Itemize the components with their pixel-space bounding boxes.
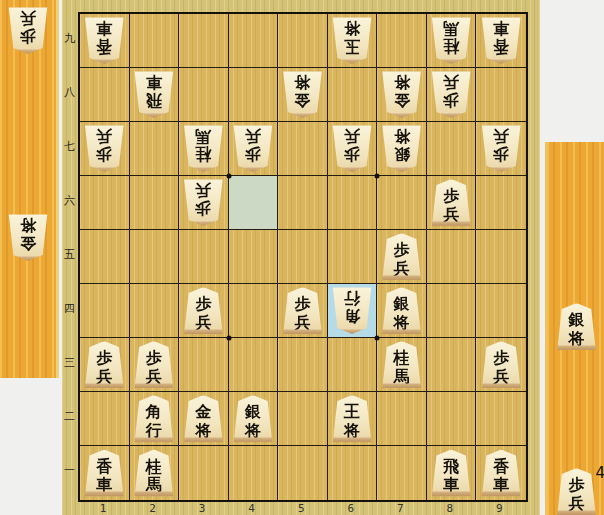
square-3一[interactable]: [179, 446, 229, 500]
piece-kanji: 金将: [293, 73, 311, 110]
square-2五[interactable]: [130, 230, 180, 284]
file-label-3: 3: [192, 502, 212, 515]
piece-kanji: 金将: [393, 73, 411, 110]
square-8四[interactable]: [427, 284, 477, 338]
rank-label-四: 四: [62, 303, 77, 315]
square-7四[interactable]: 銀将: [377, 284, 427, 338]
piece-歩兵[interactable]: 歩兵: [430, 179, 472, 226]
piece-飛車[interactable]: 飛車: [430, 450, 472, 497]
square-6六[interactable]: [328, 176, 378, 230]
stand-slot-銀将: 銀将: [547, 303, 604, 350]
star-point: [226, 336, 231, 341]
square-1七[interactable]: 歩兵: [80, 122, 130, 176]
square-2三[interactable]: 歩兵: [130, 338, 180, 392]
square-5三[interactable]: [278, 338, 328, 392]
right-piece-stand: 銀将歩兵4: [545, 142, 604, 515]
piece-歩兵[interactable]: 歩兵: [182, 287, 224, 334]
piece-kanji: 桂馬: [194, 127, 212, 164]
square-2一[interactable]: 桂馬: [130, 446, 180, 500]
stand-slot-金将: 金将: [0, 214, 56, 261]
square-1五[interactable]: [80, 230, 130, 284]
piece-歩兵[interactable]: 歩兵: [133, 341, 175, 388]
square-8一[interactable]: 飛車: [427, 446, 477, 500]
square-1八[interactable]: [80, 68, 130, 122]
piece-kanji: 飛車: [145, 73, 163, 110]
piece-歩兵[interactable]: 歩兵: [232, 125, 274, 172]
piece-香車[interactable]: 香車: [480, 450, 522, 497]
file-label-7: 7: [390, 502, 410, 515]
square-8五[interactable]: [427, 230, 477, 284]
piece-歩兵[interactable]: 歩兵: [281, 287, 323, 334]
piece-kanji: 銀将: [568, 311, 586, 348]
square-8六[interactable]: 歩兵: [427, 176, 477, 230]
square-5一[interactable]: [278, 446, 328, 500]
file-label-9: 9: [489, 502, 509, 515]
square-9六[interactable]: [476, 176, 526, 230]
square-8八[interactable]: 歩兵: [427, 68, 477, 122]
star-point: [375, 336, 380, 341]
square-2七[interactable]: [130, 122, 180, 176]
rank-label-八: 八: [62, 87, 77, 99]
stand-slot-歩兵: 歩兵: [0, 7, 56, 54]
file-label-1: 1: [93, 502, 113, 515]
file-label-4: 4: [242, 502, 262, 515]
square-5七[interactable]: [278, 122, 328, 176]
square-9七[interactable]: 歩兵: [476, 122, 526, 176]
square-1六[interactable]: [80, 176, 130, 230]
square-4六[interactable]: [229, 176, 279, 230]
square-9四[interactable]: [476, 284, 526, 338]
square-5九[interactable]: [278, 14, 328, 68]
piece-kanji: 歩兵: [194, 295, 212, 332]
piece-歩兵[interactable]: 歩兵: [430, 71, 472, 118]
piece-金将[interactable]: 金将: [281, 71, 323, 118]
square-5二[interactable]: [278, 392, 328, 446]
piece-kanji: 桂馬: [145, 457, 163, 494]
piece-歩兵[interactable]: 歩兵: [381, 233, 423, 280]
piece-kanji: 香車: [492, 19, 510, 56]
square-9八[interactable]: [476, 68, 526, 122]
shogi-board-panel: 香車玉将桂馬香車飛車金将金将歩兵歩兵桂馬歩兵歩兵銀将歩兵歩兵歩兵歩兵歩兵歩兵角行…: [62, 0, 540, 515]
square-7八[interactable]: 金将: [377, 68, 427, 122]
square-3七[interactable]: 桂馬: [179, 122, 229, 176]
rank-label-三: 三: [62, 357, 77, 369]
square-7一[interactable]: [377, 446, 427, 500]
piece-kanji: 歩兵: [95, 127, 113, 164]
piece-角行[interactable]: 角行: [331, 287, 373, 334]
piece-銀将[interactable]: 銀将: [381, 125, 423, 172]
rank-label-五: 五: [62, 249, 77, 261]
square-6九[interactable]: 玉将: [328, 14, 378, 68]
piece-kanji: 歩兵: [393, 241, 411, 278]
piece-kanji: 歩兵: [442, 73, 460, 110]
square-3九[interactable]: [179, 14, 229, 68]
square-2八[interactable]: 飛車: [130, 68, 180, 122]
square-6三[interactable]: [328, 338, 378, 392]
piece-歩兵[interactable]: 歩兵: [83, 341, 125, 388]
square-4五[interactable]: [229, 230, 279, 284]
square-9五[interactable]: [476, 230, 526, 284]
piece-玉将[interactable]: 玉将: [331, 17, 373, 64]
square-6五[interactable]: [328, 230, 378, 284]
piece-kanji: 歩兵: [492, 349, 510, 386]
piece-kanji: 香車: [95, 457, 113, 494]
square-4三[interactable]: [229, 338, 279, 392]
piece-kanji: 歩兵: [194, 181, 212, 218]
square-1四[interactable]: [80, 284, 130, 338]
square-2四[interactable]: [130, 284, 180, 338]
piece-桂馬[interactable]: 桂馬: [430, 17, 472, 64]
piece-kanji: 歩兵: [244, 127, 262, 164]
piece-銀将[interactable]: 銀将: [232, 395, 274, 442]
square-9一[interactable]: 香車: [476, 446, 526, 500]
piece-王将[interactable]: 王将: [331, 395, 373, 442]
piece-kanji: 歩兵: [492, 127, 510, 164]
square-9二[interactable]: [476, 392, 526, 446]
square-1一[interactable]: 香車: [80, 446, 130, 500]
piece-kanji: 銀将: [244, 403, 262, 440]
piece-kanji: 桂馬: [442, 19, 460, 56]
rank-label-七: 七: [62, 141, 77, 153]
square-5四[interactable]: 歩兵: [278, 284, 328, 338]
square-1九[interactable]: 香車: [80, 14, 130, 68]
piece-kanji: 歩兵: [145, 349, 163, 386]
piece-角行[interactable]: 角行: [133, 395, 175, 442]
square-5八[interactable]: 金将: [278, 68, 328, 122]
piece-kanji: 角行: [343, 289, 361, 326]
piece-歩兵[interactable]: 歩兵: [480, 125, 522, 172]
piece-金将[interactable]: 金将: [381, 71, 423, 118]
piece-香車[interactable]: 香車: [480, 17, 522, 64]
piece-kanji: 香車: [95, 19, 113, 56]
piece-金将[interactable]: 金将: [7, 214, 49, 261]
rank-label-二: 二: [62, 411, 77, 423]
square-2九[interactable]: [130, 14, 180, 68]
rank-label-一: 一: [62, 465, 77, 477]
piece-歩兵[interactable]: 歩兵: [182, 179, 224, 226]
piece-kanji: 歩兵: [19, 9, 37, 46]
square-1二[interactable]: [80, 392, 130, 446]
square-2六[interactable]: [130, 176, 180, 230]
square-8二[interactable]: [427, 392, 477, 446]
file-label-2: 2: [143, 502, 163, 515]
square-9三[interactable]: 歩兵: [476, 338, 526, 392]
piece-歩兵[interactable]: 歩兵: [83, 125, 125, 172]
square-7二[interactable]: [377, 392, 427, 446]
square-6二[interactable]: 王将: [328, 392, 378, 446]
piece-桂馬[interactable]: 桂馬: [182, 125, 224, 172]
square-9九[interactable]: 香車: [476, 14, 526, 68]
rank-label-九: 九: [62, 33, 77, 45]
piece-kanji: 歩兵: [442, 187, 460, 224]
square-4二[interactable]: 銀将: [229, 392, 279, 446]
square-7九[interactable]: [377, 14, 427, 68]
piece-歩兵[interactable]: 歩兵: [331, 125, 373, 172]
square-5五[interactable]: [278, 230, 328, 284]
piece-歩兵[interactable]: 歩兵: [480, 341, 522, 388]
piece-kanji: 歩兵: [343, 127, 361, 164]
piece-kanji: 歩兵: [95, 349, 113, 386]
piece-kanji: 金将: [19, 216, 37, 253]
square-3八[interactable]: [179, 68, 229, 122]
star-point: [375, 174, 380, 179]
piece-kanji: 角行: [145, 403, 163, 440]
square-7五[interactable]: 歩兵: [377, 230, 427, 284]
square-4七[interactable]: 歩兵: [229, 122, 279, 176]
piece-kanji: 飛車: [442, 457, 460, 494]
captured-count: 4: [595, 464, 604, 482]
piece-歩兵[interactable]: 歩兵: [556, 468, 598, 515]
piece-kanji: 香車: [492, 457, 510, 494]
square-6七[interactable]: 歩兵: [328, 122, 378, 176]
square-3五[interactable]: [179, 230, 229, 284]
square-3二[interactable]: 金将: [179, 392, 229, 446]
piece-銀将[interactable]: 銀将: [556, 303, 598, 350]
stand-slot-歩兵: 歩兵4: [547, 468, 604, 515]
star-point: [226, 174, 231, 179]
piece-桂馬[interactable]: 桂馬: [133, 450, 175, 497]
square-4四[interactable]: [229, 284, 279, 338]
square-8七[interactable]: [427, 122, 477, 176]
left-piece-stand: 歩兵金将: [0, 0, 59, 378]
piece-kanji: 銀将: [393, 295, 411, 332]
square-8三[interactable]: [427, 338, 477, 392]
piece-銀将[interactable]: 銀将: [381, 287, 423, 334]
piece-金将[interactable]: 金将: [182, 395, 224, 442]
square-5六[interactable]: [278, 176, 328, 230]
piece-飛車[interactable]: 飛車: [133, 71, 175, 118]
piece-香車[interactable]: 香車: [83, 450, 125, 497]
square-6八[interactable]: [328, 68, 378, 122]
square-4八[interactable]: [229, 68, 279, 122]
square-8九[interactable]: 桂馬: [427, 14, 477, 68]
square-6一[interactable]: [328, 446, 378, 500]
square-7六[interactable]: [377, 176, 427, 230]
square-3四[interactable]: 歩兵: [179, 284, 229, 338]
piece-香車[interactable]: 香車: [83, 17, 125, 64]
square-7七[interactable]: 銀将: [377, 122, 427, 176]
square-4一[interactable]: [229, 446, 279, 500]
square-7三[interactable]: 桂馬: [377, 338, 427, 392]
square-1三[interactable]: 歩兵: [80, 338, 130, 392]
file-label-6: 6: [341, 502, 361, 515]
square-2二[interactable]: 角行: [130, 392, 180, 446]
square-4九[interactable]: [229, 14, 279, 68]
file-label-5: 5: [291, 502, 311, 515]
piece-kanji: 歩兵: [293, 295, 311, 332]
file-label-8: 8: [440, 502, 460, 515]
square-3六[interactable]: 歩兵: [179, 176, 229, 230]
rank-label-六: 六: [62, 195, 77, 207]
piece-歩兵[interactable]: 歩兵: [7, 7, 49, 54]
piece-kanji: 金将: [194, 403, 212, 440]
piece-kanji: 歩兵: [568, 476, 586, 513]
shogi-app: 歩兵金将 香車玉将桂馬香車飛車金将金将歩兵歩兵桂馬歩兵歩兵銀将歩兵歩兵歩兵歩兵歩…: [0, 0, 604, 515]
board-grid: 香車玉将桂馬香車飛車金将金将歩兵歩兵桂馬歩兵歩兵銀将歩兵歩兵歩兵歩兵歩兵歩兵角行…: [78, 12, 528, 502]
square-3三[interactable]: [179, 338, 229, 392]
piece-桂馬[interactable]: 桂馬: [381, 341, 423, 388]
piece-kanji: 桂馬: [393, 349, 411, 386]
piece-kanji: 玉将: [343, 19, 361, 56]
piece-kanji: 銀将: [393, 127, 411, 164]
square-6四[interactable]: 角行: [328, 284, 378, 338]
piece-kanji: 王将: [343, 403, 361, 440]
